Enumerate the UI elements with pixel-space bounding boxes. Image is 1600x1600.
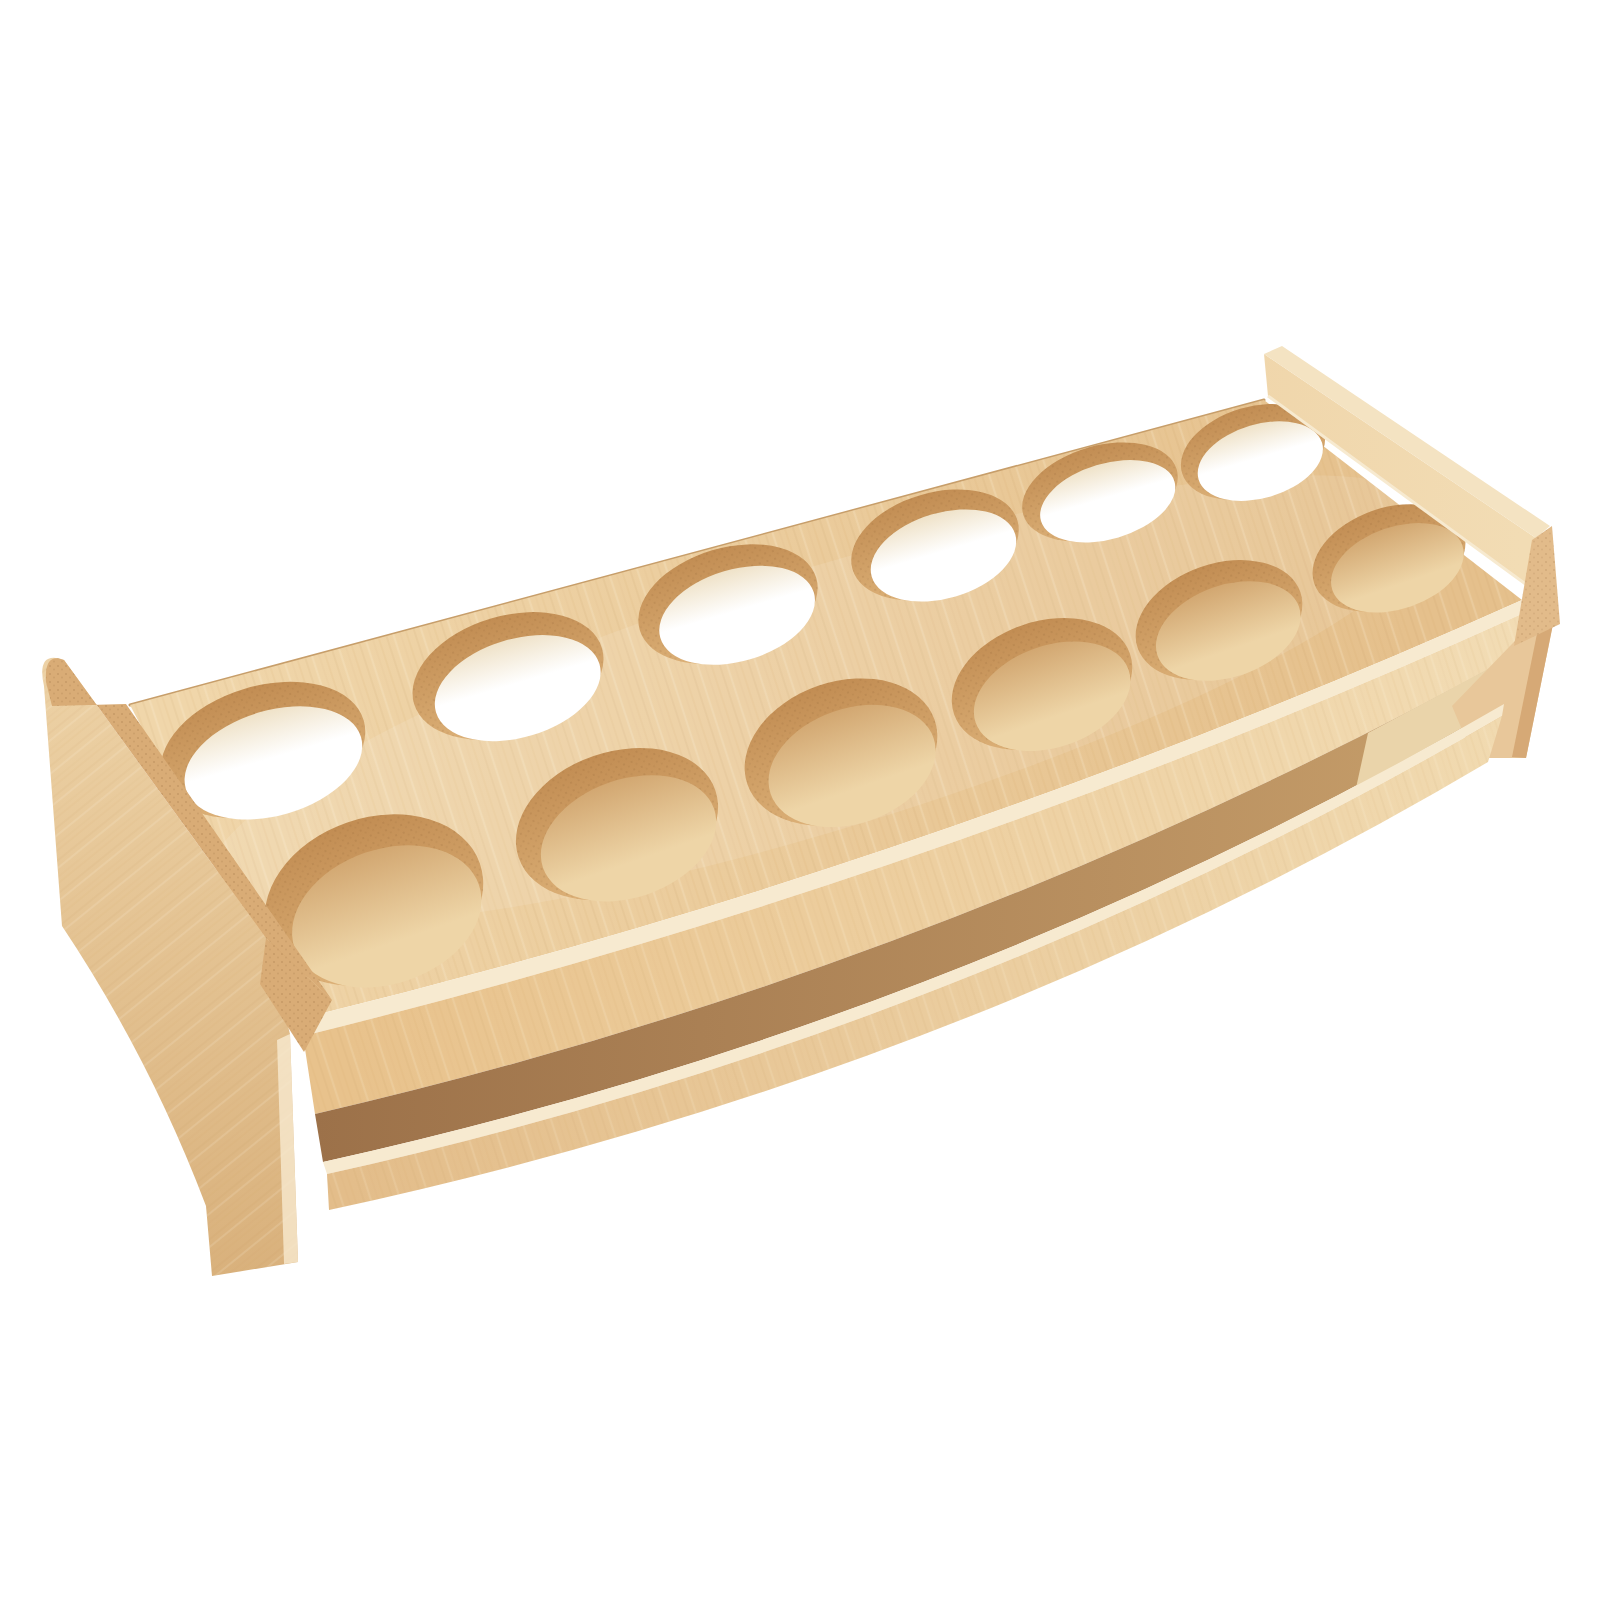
egg-tray-illustration <box>0 0 1600 1600</box>
product-photo: Bamboo egg holder tray with 12 round hol… <box>0 0 1600 1600</box>
photo-canvas: Bamboo egg holder tray with 12 round hol… <box>0 0 1600 1600</box>
